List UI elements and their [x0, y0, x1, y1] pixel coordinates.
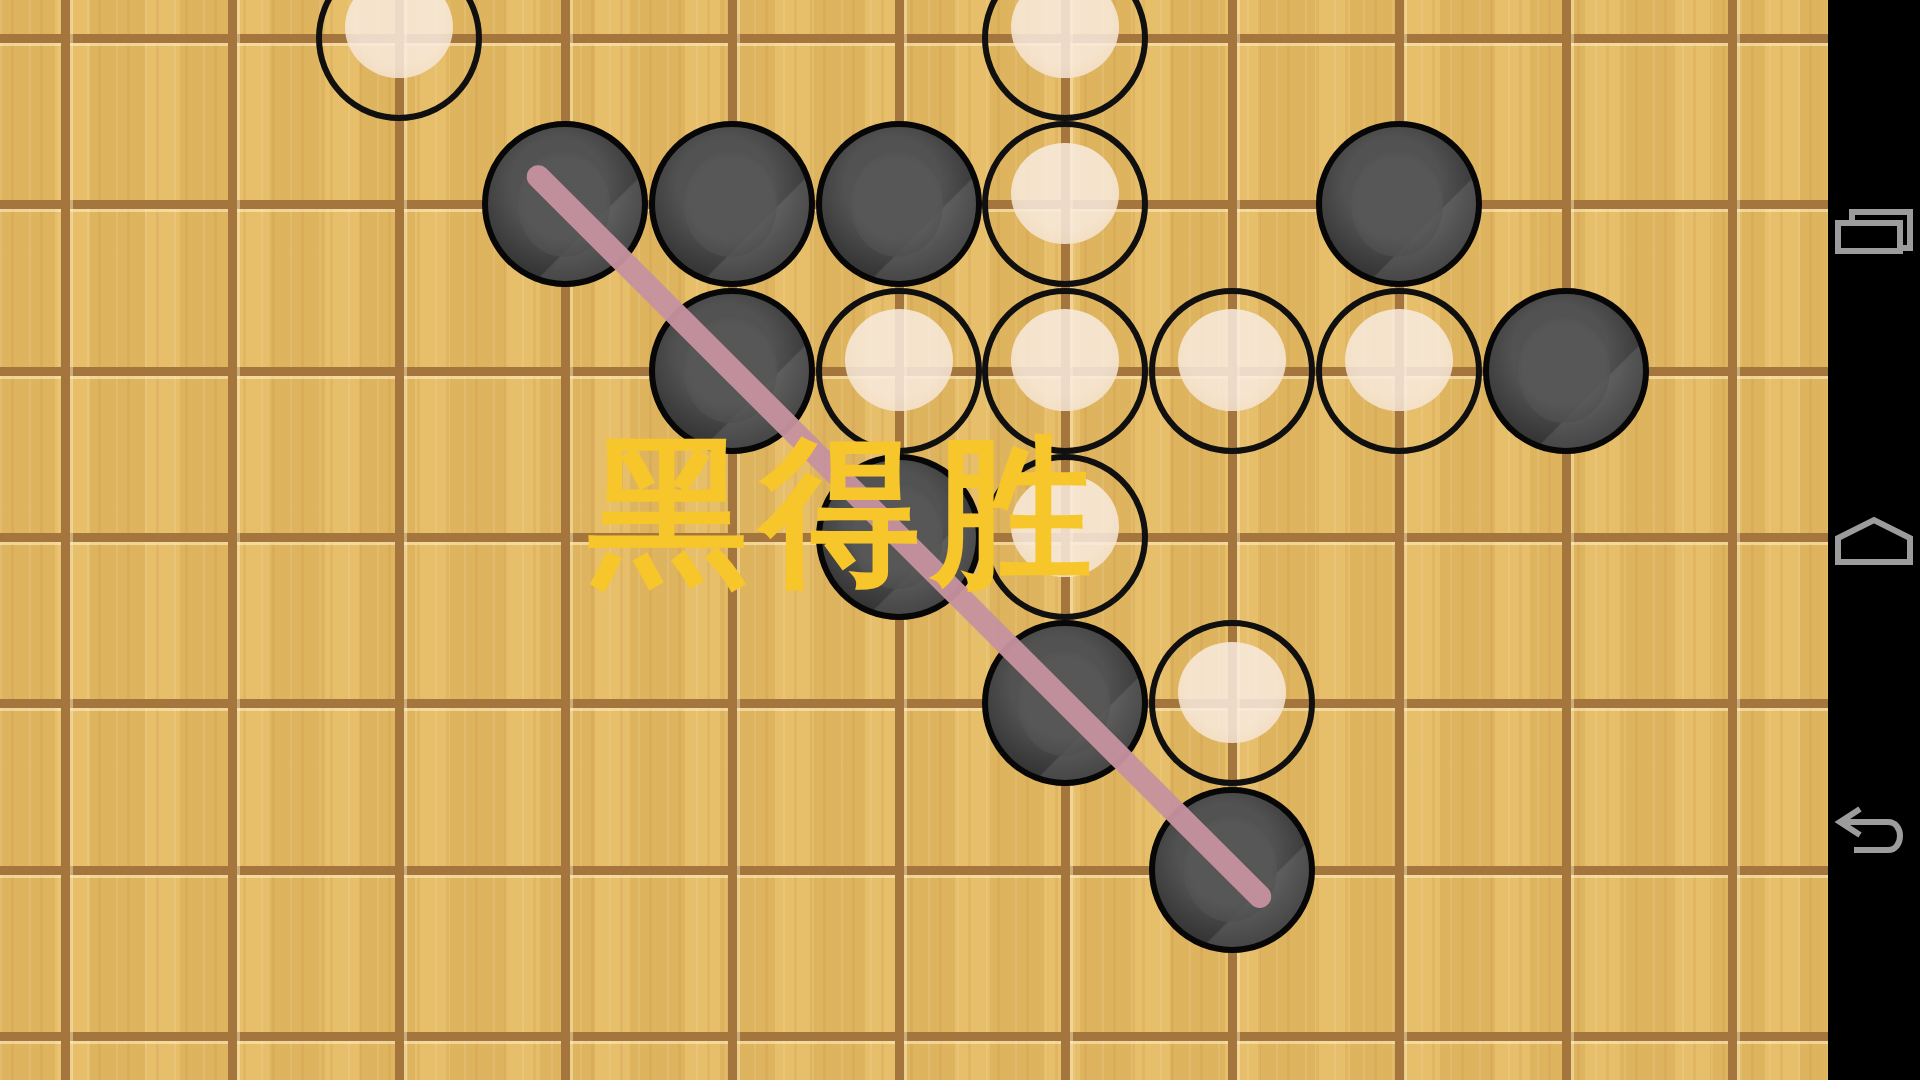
grid-line-horizontal: [0, 866, 1828, 879]
white-stone: [982, 121, 1148, 287]
grid-line-vertical: [395, 0, 408, 1080]
white-stone: [1316, 288, 1482, 454]
home-button[interactable]: [1832, 503, 1916, 571]
white-stone: [316, 0, 482, 121]
grid-line-horizontal: [0, 1032, 1828, 1045]
white-stone: [1149, 620, 1315, 786]
grid-line-vertical: [228, 0, 241, 1080]
back-button[interactable]: [1832, 804, 1916, 872]
grid-line-horizontal: [0, 699, 1828, 712]
recent-apps-icon: [1834, 208, 1914, 266]
android-navbar: [1828, 0, 1920, 1080]
grid-line-horizontal: [0, 34, 1828, 47]
recent-apps-button[interactable]: [1832, 203, 1916, 271]
white-stone: [1149, 288, 1315, 454]
grid-line-vertical: [1728, 0, 1741, 1080]
white-stone: [982, 0, 1148, 121]
black-stone: [816, 121, 982, 287]
black-stone: [1483, 288, 1649, 454]
result-banner: 黑得胜: [588, 432, 1104, 592]
grid-line-vertical: [61, 0, 74, 1080]
gomoku-app-screen: 黑得胜: [0, 0, 1920, 1080]
black-stone: [1316, 121, 1482, 287]
grid-line-vertical: [1562, 0, 1575, 1080]
home-icon: [1834, 508, 1914, 566]
black-stone: [649, 121, 815, 287]
back-icon: [1834, 803, 1914, 873]
go-board[interactable]: 黑得胜: [0, 0, 1828, 1080]
